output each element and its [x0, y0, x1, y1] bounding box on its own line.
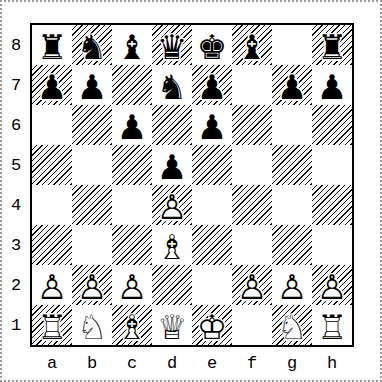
black-pawn-glyph: ♟ — [112, 107, 152, 147]
white-pawn-outline-glyph: ♙ — [272, 267, 312, 307]
piece-black-king: ♚ — [192, 25, 232, 65]
white-knight-outline-glyph: ♘ — [272, 307, 312, 347]
piece-white-knight: ♞♘ — [72, 305, 112, 345]
black-pawn-glyph: ♟ — [152, 147, 192, 187]
rank-label-8: 8 — [2, 25, 30, 65]
piece-white-pawn: ♟♙ — [312, 265, 352, 305]
square-a5[interactable] — [32, 145, 72, 185]
white-pawn-outline-glyph: ♙ — [152, 187, 192, 227]
square-a8[interactable]: ♜ — [32, 25, 72, 65]
square-b5[interactable] — [72, 145, 112, 185]
file-label-a: a — [32, 351, 72, 375]
square-h4[interactable] — [312, 185, 352, 225]
black-rook-glyph: ♜ — [312, 27, 352, 67]
rank-label-1: 1 — [2, 305, 30, 345]
file-label-c: c — [112, 351, 152, 375]
square-b4[interactable] — [72, 185, 112, 225]
black-pawn-glyph: ♟ — [32, 67, 72, 107]
square-h3[interactable] — [312, 225, 352, 265]
square-a6[interactable] — [32, 105, 72, 145]
piece-white-rook: ♜♖ — [312, 305, 352, 345]
square-d4[interactable]: ♟♙ — [152, 185, 192, 225]
square-e5[interactable] — [192, 145, 232, 185]
square-a3[interactable] — [32, 225, 72, 265]
square-b2[interactable]: ♟♙ — [72, 265, 112, 305]
square-h2[interactable]: ♟♙ — [312, 265, 352, 305]
white-pawn-outline-glyph: ♙ — [72, 267, 112, 307]
black-pawn-glyph: ♟ — [312, 67, 352, 107]
piece-white-pawn: ♟♙ — [32, 265, 72, 305]
file-labels: abcdefgh — [32, 351, 352, 375]
square-e1[interactable]: ♚♔ — [192, 305, 232, 345]
piece-black-bishop: ♝ — [232, 25, 272, 65]
square-e8[interactable]: ♚ — [192, 25, 232, 65]
piece-white-pawn: ♟♙ — [272, 265, 312, 305]
rank-label-3: 3 — [2, 225, 30, 265]
black-knight-glyph: ♞ — [152, 67, 192, 107]
black-pawn-glyph: ♟ — [192, 67, 232, 107]
square-d7[interactable]: ♞ — [152, 65, 192, 105]
square-d6[interactable] — [152, 105, 192, 145]
file-label-g: g — [272, 351, 312, 375]
black-pawn-glyph: ♟ — [72, 67, 112, 107]
piece-white-knight: ♞♘ — [272, 305, 312, 345]
rank-label-5: 5 — [2, 145, 30, 185]
square-f5[interactable] — [232, 145, 272, 185]
white-king-outline-glyph: ♔ — [192, 307, 232, 347]
piece-black-pawn: ♟ — [312, 65, 352, 105]
piece-white-bishop: ♝♗ — [152, 225, 192, 265]
piece-black-pawn: ♟ — [192, 105, 232, 145]
piece-black-rook: ♜ — [32, 25, 72, 65]
file-label-f: f — [232, 351, 272, 375]
square-c2[interactable]: ♟♙ — [112, 265, 152, 305]
white-pawn-outline-glyph: ♙ — [112, 267, 152, 307]
square-b1[interactable]: ♞♘ — [72, 305, 112, 345]
piece-black-bishop: ♝ — [112, 25, 152, 65]
square-h5[interactable] — [312, 145, 352, 185]
square-e2[interactable] — [192, 265, 232, 305]
square-g8[interactable] — [272, 25, 312, 65]
square-b3[interactable] — [72, 225, 112, 265]
rank-label-6: 6 — [2, 105, 30, 145]
square-d3[interactable]: ♝♗ — [152, 225, 192, 265]
white-pawn-outline-glyph: ♙ — [32, 267, 72, 307]
chess-board: ♜♞♝♛♚♝♜♟♟♞♟♟♟♟♟♟♟♙♝♗♟♙♟♙♟♙♟♙♟♙♟♙♜♖♞♘♝♗♛♕… — [30, 23, 354, 347]
square-g1[interactable]: ♞♘ — [272, 305, 312, 345]
black-bishop-glyph: ♝ — [232, 27, 272, 67]
white-bishop-outline-glyph: ♗ — [112, 307, 152, 347]
piece-black-knight: ♞ — [152, 65, 192, 105]
black-bishop-glyph: ♝ — [112, 27, 152, 67]
chess-diagram: 87654321 ♜♞♝♛♚♝♜♟♟♞♟♟♟♟♟♟♟♙♝♗♟♙♟♙♟♙♟♙♟♙♟… — [0, 0, 382, 382]
piece-white-king: ♚♔ — [192, 305, 232, 345]
square-e7[interactable]: ♟ — [192, 65, 232, 105]
file-label-e: e — [192, 351, 232, 375]
square-b7[interactable]: ♟ — [72, 65, 112, 105]
square-e4[interactable] — [192, 185, 232, 225]
square-c3[interactable] — [112, 225, 152, 265]
square-f7[interactable] — [232, 65, 272, 105]
piece-white-pawn: ♟♙ — [72, 265, 112, 305]
white-rook-outline-glyph: ♖ — [312, 307, 352, 347]
square-g6[interactable] — [272, 105, 312, 145]
black-pawn-glyph: ♟ — [272, 67, 312, 107]
square-c8[interactable]: ♝ — [112, 25, 152, 65]
black-knight-glyph: ♞ — [72, 27, 112, 67]
file-label-b: b — [72, 351, 112, 375]
white-rook-outline-glyph: ♖ — [32, 307, 72, 347]
square-a2[interactable]: ♟♙ — [32, 265, 72, 305]
square-b6[interactable] — [72, 105, 112, 145]
square-h6[interactable] — [312, 105, 352, 145]
rank-label-4: 4 — [2, 185, 30, 225]
square-g2[interactable]: ♟♙ — [272, 265, 312, 305]
square-g4[interactable] — [272, 185, 312, 225]
black-king-glyph: ♚ — [192, 27, 232, 67]
square-f6[interactable] — [232, 105, 272, 145]
square-f2[interactable]: ♟♙ — [232, 265, 272, 305]
piece-black-pawn: ♟ — [72, 65, 112, 105]
square-c6[interactable]: ♟ — [112, 105, 152, 145]
square-d1[interactable]: ♛♕ — [152, 305, 192, 345]
square-d5[interactable]: ♟ — [152, 145, 192, 185]
piece-white-pawn: ♟♙ — [112, 265, 152, 305]
square-c1[interactable]: ♝♗ — [112, 305, 152, 345]
square-h7[interactable]: ♟ — [312, 65, 352, 105]
piece-black-queen: ♛ — [152, 25, 192, 65]
black-rook-glyph: ♜ — [32, 27, 72, 67]
square-a4[interactable] — [32, 185, 72, 225]
square-g7[interactable]: ♟ — [272, 65, 312, 105]
piece-black-knight: ♞ — [72, 25, 112, 65]
piece-black-pawn: ♟ — [192, 65, 232, 105]
square-c5[interactable] — [112, 145, 152, 185]
square-b8[interactable]: ♞ — [72, 25, 112, 65]
piece-black-pawn: ♟ — [272, 65, 312, 105]
piece-white-pawn: ♟♙ — [152, 185, 192, 225]
square-c7[interactable] — [112, 65, 152, 105]
rank-labels: 87654321 — [2, 25, 30, 345]
white-pawn-outline-glyph: ♙ — [312, 267, 352, 307]
piece-white-queen: ♛♕ — [152, 305, 192, 345]
black-pawn-glyph: ♟ — [192, 107, 232, 147]
square-f3[interactable] — [232, 225, 272, 265]
white-queen-outline-glyph: ♕ — [152, 307, 192, 347]
rank-label-7: 7 — [2, 65, 30, 105]
file-label-h: h — [312, 351, 352, 375]
piece-white-rook: ♜♖ — [32, 305, 72, 345]
piece-black-pawn: ♟ — [112, 105, 152, 145]
piece-black-rook: ♜ — [312, 25, 352, 65]
white-knight-outline-glyph: ♘ — [72, 307, 112, 347]
square-c4[interactable] — [112, 185, 152, 225]
square-g5[interactable] — [272, 145, 312, 185]
square-f8[interactable]: ♝ — [232, 25, 272, 65]
piece-white-pawn: ♟♙ — [232, 265, 272, 305]
square-a1[interactable]: ♜♖ — [32, 305, 72, 345]
piece-black-pawn: ♟ — [152, 145, 192, 185]
piece-black-pawn: ♟ — [32, 65, 72, 105]
square-f1[interactable] — [232, 305, 272, 345]
square-e3[interactable] — [192, 225, 232, 265]
square-e6[interactable]: ♟ — [192, 105, 232, 145]
square-d2[interactable] — [152, 265, 192, 305]
square-f4[interactable] — [232, 185, 272, 225]
white-pawn-outline-glyph: ♙ — [232, 267, 272, 307]
rank-label-2: 2 — [2, 265, 30, 305]
piece-white-bishop: ♝♗ — [112, 305, 152, 345]
square-h8[interactable]: ♜ — [312, 25, 352, 65]
square-h1[interactable]: ♜♖ — [312, 305, 352, 345]
file-label-d: d — [152, 351, 192, 375]
white-bishop-outline-glyph: ♗ — [152, 227, 192, 267]
square-a7[interactable]: ♟ — [32, 65, 72, 105]
square-g3[interactable] — [272, 225, 312, 265]
black-queen-glyph: ♛ — [152, 27, 192, 67]
square-d8[interactable]: ♛ — [152, 25, 192, 65]
